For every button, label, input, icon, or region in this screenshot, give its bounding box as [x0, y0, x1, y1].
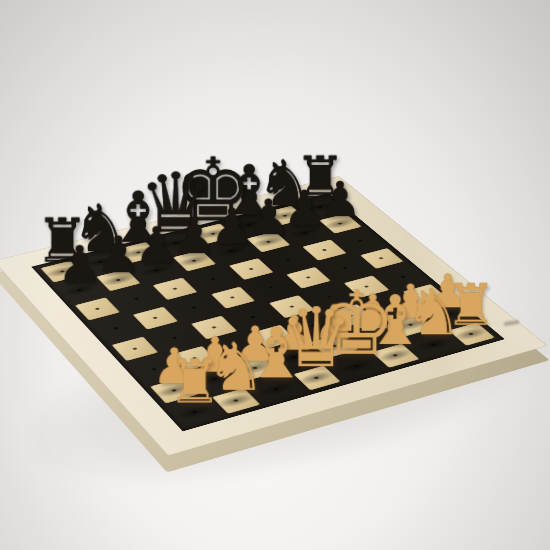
chess-set-photo-scene: ♜♞♝♛♚♝♞♜♟♟♟♟♟♟♟♟♟♟♟♟♟♟♟♟♜♞♝♛♚♝♞♜	[0, 0, 550, 550]
white-rook-a1[interactable]: ♜	[167, 353, 221, 412]
